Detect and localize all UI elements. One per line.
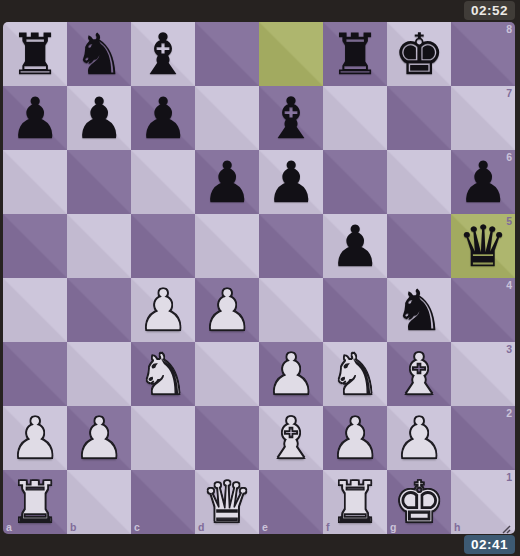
piece-white-knight[interactable]: ♞ — [131, 342, 195, 406]
piece-white-queen[interactable]: ♛ — [195, 470, 259, 534]
piece-white-pawn[interactable]: ♟ — [387, 406, 451, 470]
opponent-clock: 02:52 — [464, 1, 515, 20]
square-a1[interactable]: ♜a — [3, 470, 67, 534]
coord-rank-8: 8 — [506, 23, 512, 35]
piece-white-pawn[interactable]: ♟ — [195, 278, 259, 342]
square-a7[interactable]: ♟ — [3, 86, 67, 150]
piece-white-rook[interactable]: ♜ — [3, 470, 67, 534]
square-g3[interactable]: ♝ — [387, 342, 451, 406]
piece-black-pawn[interactable]: ♟ — [451, 150, 515, 214]
square-b8[interactable]: ♞ — [67, 22, 131, 86]
square-a5[interactable] — [3, 214, 67, 278]
square-e5[interactable] — [259, 214, 323, 278]
square-d5[interactable] — [195, 214, 259, 278]
square-a8[interactable]: ♜ — [3, 22, 67, 86]
piece-black-pawn[interactable]: ♟ — [3, 86, 67, 150]
piece-white-bishop[interactable]: ♝ — [387, 342, 451, 406]
square-g5[interactable] — [387, 214, 451, 278]
square-f6[interactable] — [323, 150, 387, 214]
square-h6[interactable]: ♟6 — [451, 150, 515, 214]
piece-white-pawn[interactable]: ♟ — [259, 342, 323, 406]
square-f3[interactable]: ♞ — [323, 342, 387, 406]
square-a4[interactable] — [3, 278, 67, 342]
square-c4[interactable]: ♟ — [131, 278, 195, 342]
piece-black-pawn[interactable]: ♟ — [131, 86, 195, 150]
square-c7[interactable]: ♟ — [131, 86, 195, 150]
square-b2[interactable]: ♟ — [67, 406, 131, 470]
player-clock: 02:41 — [464, 535, 515, 554]
piece-white-king[interactable]: ♚ — [387, 470, 451, 534]
square-d6[interactable]: ♟ — [195, 150, 259, 214]
piece-black-rook[interactable]: ♜ — [323, 22, 387, 86]
square-c5[interactable] — [131, 214, 195, 278]
square-g1[interactable]: ♚g — [387, 470, 451, 534]
piece-black-bishop[interactable]: ♝ — [131, 22, 195, 86]
piece-black-pawn[interactable]: ♟ — [195, 150, 259, 214]
coord-file-h: h — [454, 521, 460, 533]
square-e7[interactable]: ♝ — [259, 86, 323, 150]
square-g4[interactable]: ♞ — [387, 278, 451, 342]
square-f5[interactable]: ♟ — [323, 214, 387, 278]
square-h1[interactable]: h1 — [451, 470, 515, 534]
piece-black-knight[interactable]: ♞ — [67, 22, 131, 86]
square-b4[interactable] — [67, 278, 131, 342]
square-g7[interactable] — [387, 86, 451, 150]
square-f1[interactable]: ♜f — [323, 470, 387, 534]
square-e1[interactable]: e — [259, 470, 323, 534]
square-c1[interactable]: c — [131, 470, 195, 534]
square-e4[interactable] — [259, 278, 323, 342]
piece-white-rook[interactable]: ♜ — [323, 470, 387, 534]
square-e6[interactable]: ♟ — [259, 150, 323, 214]
coord-rank-4: 4 — [506, 279, 512, 291]
coord-file-e: e — [262, 521, 268, 533]
square-h7[interactable]: 7 — [451, 86, 515, 150]
square-f7[interactable] — [323, 86, 387, 150]
square-h3[interactable]: 3 — [451, 342, 515, 406]
square-b3[interactable] — [67, 342, 131, 406]
piece-white-knight[interactable]: ♞ — [323, 342, 387, 406]
piece-black-pawn[interactable]: ♟ — [259, 150, 323, 214]
piece-black-pawn[interactable]: ♟ — [323, 214, 387, 278]
square-g6[interactable] — [387, 150, 451, 214]
piece-black-king[interactable]: ♚ — [387, 22, 451, 86]
piece-white-bishop[interactable]: ♝ — [259, 406, 323, 470]
piece-white-pawn[interactable]: ♟ — [3, 406, 67, 470]
chess-board[interactable]: ♜♞♝♜♚8♟♟♟♝7♟♟♟6♟♛5♟♟♞4♞♟♞♝3♟♟♝♟♟2♜abc♛de… — [3, 22, 515, 534]
square-f8[interactable]: ♜ — [323, 22, 387, 86]
square-c3[interactable]: ♞ — [131, 342, 195, 406]
square-d4[interactable]: ♟ — [195, 278, 259, 342]
square-h5[interactable]: ♛5 — [451, 214, 515, 278]
square-c8[interactable]: ♝ — [131, 22, 195, 86]
piece-black-knight[interactable]: ♞ — [387, 278, 451, 342]
square-h4[interactable]: 4 — [451, 278, 515, 342]
piece-black-queen[interactable]: ♛ — [451, 214, 515, 278]
coord-rank-2: 2 — [506, 407, 512, 419]
coord-file-c: c — [134, 521, 140, 533]
square-a6[interactable] — [3, 150, 67, 214]
piece-white-pawn[interactable]: ♟ — [323, 406, 387, 470]
square-d1[interactable]: ♛d — [195, 470, 259, 534]
square-f4[interactable] — [323, 278, 387, 342]
square-a2[interactable]: ♟ — [3, 406, 67, 470]
piece-white-pawn[interactable]: ♟ — [131, 278, 195, 342]
square-b5[interactable] — [67, 214, 131, 278]
piece-black-rook[interactable]: ♜ — [3, 22, 67, 86]
square-g8[interactable]: ♚ — [387, 22, 451, 86]
piece-white-pawn[interactable]: ♟ — [67, 406, 131, 470]
square-e2[interactable]: ♝ — [259, 406, 323, 470]
square-e8[interactable] — [259, 22, 323, 86]
coord-file-b: b — [70, 521, 76, 533]
square-d3[interactable] — [195, 342, 259, 406]
square-b6[interactable] — [67, 150, 131, 214]
coord-rank-7: 7 — [506, 87, 512, 99]
square-f2[interactable]: ♟ — [323, 406, 387, 470]
square-c6[interactable] — [131, 150, 195, 214]
coord-rank-1: 1 — [506, 471, 512, 483]
coord-rank-3: 3 — [506, 343, 512, 355]
square-d8[interactable] — [195, 22, 259, 86]
square-b1[interactable]: b — [67, 470, 131, 534]
square-a3[interactable] — [3, 342, 67, 406]
game-screen: 02:52 ♜♞♝♜♚8♟♟♟♝7♟♟♟6♟♛5♟♟♞4♞♟♞♝3♟♟♝♟♟2♜… — [0, 0, 520, 556]
square-g2[interactable]: ♟ — [387, 406, 451, 470]
square-d2[interactable] — [195, 406, 259, 470]
square-e3[interactable]: ♟ — [259, 342, 323, 406]
board-resize-handle-icon[interactable] — [500, 520, 511, 531]
square-d7[interactable] — [195, 86, 259, 150]
square-b7[interactable]: ♟ — [67, 86, 131, 150]
piece-black-pawn[interactable]: ♟ — [67, 86, 131, 150]
piece-black-bishop[interactable]: ♝ — [259, 86, 323, 150]
square-h8[interactable]: 8 — [451, 22, 515, 86]
square-c2[interactable] — [131, 406, 195, 470]
square-h2[interactable]: 2 — [451, 406, 515, 470]
